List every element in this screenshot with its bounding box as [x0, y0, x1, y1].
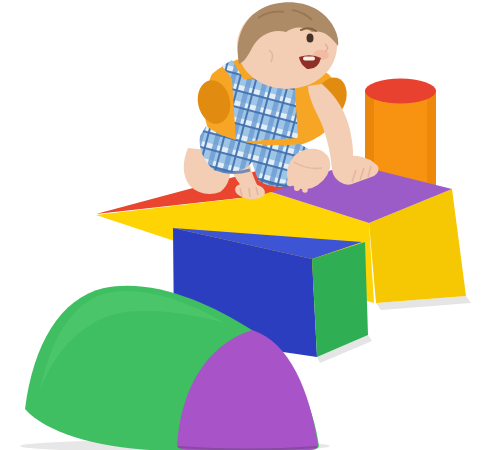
cylinder-red-top	[365, 79, 436, 104]
toe	[302, 187, 308, 193]
cylinder-body-shade-right	[427, 91, 436, 187]
toe	[287, 180, 293, 186]
toddler-eye	[307, 34, 314, 43]
toddler-teeth	[303, 57, 315, 61]
product-photo	[0, 0, 500, 450]
toe	[294, 185, 300, 191]
foam-playset-scene	[0, 0, 500, 450]
